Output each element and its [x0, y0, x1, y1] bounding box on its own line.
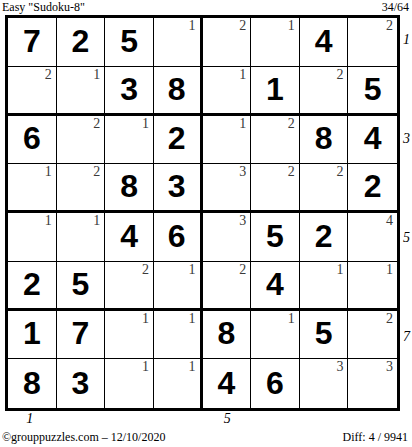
- cell-r2c5[interactable]: 1: [203, 67, 252, 116]
- given-digit: 3: [168, 170, 186, 204]
- pencil-mark: 1: [336, 262, 343, 278]
- puzzle-page: Easy "Sudoku-8" 34/64 725121422138112562…: [0, 0, 412, 447]
- given-digit: 8: [168, 73, 186, 107]
- pencil-mark: 1: [189, 18, 196, 34]
- pencil-mark: 2: [336, 164, 343, 180]
- pencil-mark: 3: [239, 213, 246, 229]
- given-digit: 2: [72, 25, 90, 59]
- given-digit: 4: [364, 122, 382, 156]
- cell-r2c4[interactable]: 8: [154, 67, 203, 116]
- pencil-mark: 1: [189, 262, 196, 278]
- pencil-mark: 2: [93, 116, 100, 132]
- given-digit: 4: [315, 25, 333, 59]
- cell-r5c8[interactable]: 4: [348, 213, 397, 262]
- cell-r1c1[interactable]: 7: [8, 18, 57, 67]
- cell-r8c6[interactable]: 6: [251, 359, 300, 408]
- pencil-mark: 1: [142, 359, 149, 375]
- page-number: 34/64: [382, 0, 409, 14]
- cell-r6c5[interactable]: 2: [203, 262, 252, 311]
- cell-r4c1[interactable]: 1: [8, 164, 57, 213]
- pencil-mark: 2: [288, 164, 295, 180]
- difficulty-text: Diff: 4 / 9941: [343, 430, 408, 444]
- cell-r2c3[interactable]: 3: [105, 67, 154, 116]
- page-footer: ©grouppuzzles.com – 12/10/2020 Diff: 4 /…: [2, 430, 408, 444]
- cell-r7c7[interactable]: 5: [300, 311, 349, 360]
- given-digit: 1: [23, 317, 41, 351]
- pencil-mark: 2: [45, 67, 52, 83]
- cell-r1c3[interactable]: 5: [105, 18, 154, 67]
- cell-r2c6[interactable]: 1: [251, 67, 300, 116]
- pencil-mark: 1: [239, 67, 246, 83]
- given-digit: 2: [168, 122, 186, 156]
- given-digit: 8: [120, 170, 138, 204]
- given-digit: 7: [23, 25, 41, 59]
- pencil-mark: 3: [336, 359, 343, 375]
- column-label-empty: [54, 411, 103, 427]
- column-label-empty: [351, 411, 400, 427]
- cell-r3c8[interactable]: 4: [348, 116, 397, 165]
- cell-r2c8[interactable]: 5: [348, 67, 397, 116]
- pencil-mark: 2: [239, 262, 246, 278]
- given-digit: 6: [168, 220, 186, 254]
- cell-r7c5[interactable]: 8: [203, 311, 252, 360]
- copyright-text: ©grouppuzzles.com – 12/10/2020: [2, 430, 165, 444]
- cell-r1c4[interactable]: 1: [154, 18, 203, 67]
- cell-r7c8[interactable]: 2: [348, 311, 397, 360]
- given-digit: 8: [315, 122, 333, 156]
- row-label-empty: [403, 164, 412, 214]
- pencil-mark: 1: [142, 311, 149, 327]
- cell-r6c3[interactable]: 2: [105, 262, 154, 311]
- given-digit: 4: [120, 220, 138, 254]
- given-digit: 1: [266, 73, 284, 107]
- pencil-mark: 1: [45, 164, 52, 180]
- cell-r8c5[interactable]: 4: [203, 359, 252, 408]
- given-digit: 5: [315, 317, 333, 351]
- cell-r5c7[interactable]: 2: [300, 213, 349, 262]
- cell-r7c1[interactable]: 1: [8, 311, 57, 360]
- given-digit: 8: [217, 317, 235, 351]
- row-labels: 1357: [403, 15, 412, 411]
- cell-r6c1[interactable]: 2: [8, 262, 57, 311]
- pencil-mark: 1: [288, 311, 295, 327]
- row-label-empty: [403, 362, 412, 412]
- row-label-7: 7: [403, 312, 412, 362]
- cell-r1c2[interactable]: 2: [57, 18, 106, 67]
- pencil-mark: 2: [142, 262, 149, 278]
- given-digit: 2: [364, 170, 382, 204]
- cell-r8c2[interactable]: 3: [57, 359, 106, 408]
- cell-r4c4[interactable]: 3: [154, 164, 203, 213]
- given-digit: 8: [23, 367, 41, 401]
- cell-r4c2[interactable]: 2: [57, 164, 106, 213]
- given-digit: 4: [217, 367, 235, 401]
- cell-r8c1[interactable]: 8: [8, 359, 57, 408]
- pencil-mark: 1: [93, 213, 100, 229]
- cell-r2c2[interactable]: 1: [57, 67, 106, 116]
- column-labels: 15: [5, 411, 400, 426]
- given-digit: 2: [315, 220, 333, 254]
- pencil-mark: 2: [288, 116, 295, 132]
- cell-r5c3[interactable]: 4: [105, 213, 154, 262]
- cell-r5c6[interactable]: 5: [251, 213, 300, 262]
- row-label-empty: [403, 263, 412, 313]
- cell-r6c6[interactable]: 4: [251, 262, 300, 311]
- cell-r3c4[interactable]: 2: [154, 116, 203, 165]
- cell-r4c5[interactable]: 3: [203, 164, 252, 213]
- given-digit: 5: [364, 73, 382, 107]
- pencil-mark: 1: [288, 18, 295, 34]
- column-label-empty: [252, 411, 301, 427]
- puzzle-title: Easy "Sudoku-8": [2, 0, 85, 14]
- pencil-mark: 1: [142, 116, 149, 132]
- cell-r3c3[interactable]: 1: [105, 116, 154, 165]
- given-digit: 4: [266, 268, 284, 302]
- cell-r1c5[interactable]: 2: [203, 18, 252, 67]
- cell-r4c3[interactable]: 8: [105, 164, 154, 213]
- column-label-1: 1: [5, 411, 54, 427]
- pencil-mark: 2: [386, 18, 393, 34]
- cell-r7c3[interactable]: 1: [105, 311, 154, 360]
- pencil-mark: 1: [45, 213, 52, 229]
- cell-r4c7[interactable]: 2: [300, 164, 349, 213]
- cell-r5c4[interactable]: 6: [154, 213, 203, 262]
- given-digit: 6: [266, 367, 284, 401]
- given-digit: 5: [120, 25, 138, 59]
- cell-r3c1[interactable]: 6: [8, 116, 57, 165]
- cell-r8c3[interactable]: 1: [105, 359, 154, 408]
- cell-r5c5[interactable]: 3: [203, 213, 252, 262]
- column-label-empty: [104, 411, 153, 427]
- column-label-5: 5: [203, 411, 252, 427]
- pencil-mark: 2: [93, 164, 100, 180]
- cell-r3c2[interactable]: 2: [57, 116, 106, 165]
- cell-r1c6[interactable]: 1: [251, 18, 300, 67]
- cell-r2c1[interactable]: 2: [8, 67, 57, 116]
- sudoku-grid: 7251214221381125621212841283322211463524…: [5, 15, 400, 411]
- pencil-mark: 1: [386, 262, 393, 278]
- row-label-empty: [403, 65, 412, 115]
- given-digit: 5: [72, 268, 90, 302]
- pencil-mark: 1: [189, 311, 196, 327]
- row-label-3: 3: [403, 114, 412, 164]
- cell-r8c8[interactable]: 3: [348, 359, 397, 408]
- cell-r1c7[interactable]: 4: [300, 18, 349, 67]
- row-label-5: 5: [403, 213, 412, 263]
- cell-r8c4[interactable]: 1: [154, 359, 203, 408]
- cell-r6c7[interactable]: 1: [300, 262, 349, 311]
- cell-r4c6[interactable]: 2: [251, 164, 300, 213]
- pencil-mark: 2: [239, 18, 246, 34]
- page-header: Easy "Sudoku-8" 34/64: [2, 0, 409, 14]
- cell-r7c2[interactable]: 7: [57, 311, 106, 360]
- cell-r2c7[interactable]: 2: [300, 67, 349, 116]
- column-label-empty: [301, 411, 350, 427]
- pencil-mark: 1: [189, 359, 196, 375]
- cell-r6c2[interactable]: 5: [57, 262, 106, 311]
- given-digit: 3: [72, 367, 90, 401]
- pencil-mark: 2: [336, 67, 343, 83]
- cell-r5c2[interactable]: 1: [57, 213, 106, 262]
- pencil-mark: 2: [386, 311, 393, 327]
- cell-r8c7[interactable]: 3: [300, 359, 349, 408]
- cell-r6c8[interactable]: 1: [348, 262, 397, 311]
- cell-r3c6[interactable]: 2: [251, 116, 300, 165]
- given-digit: 5: [266, 220, 284, 254]
- given-digit: 2: [23, 268, 41, 302]
- cell-r3c5[interactable]: 1: [203, 116, 252, 165]
- pencil-mark: 3: [239, 164, 246, 180]
- given-digit: 7: [72, 317, 90, 351]
- column-label-empty: [153, 411, 202, 427]
- cell-r7c4[interactable]: 1: [154, 311, 203, 360]
- pencil-mark: 1: [239, 116, 246, 132]
- cell-r4c8[interactable]: 2: [348, 164, 397, 213]
- cell-r6c4[interactable]: 1: [154, 262, 203, 311]
- cell-r3c7[interactable]: 8: [300, 116, 349, 165]
- cell-r1c8[interactable]: 2: [348, 18, 397, 67]
- pencil-mark: 4: [386, 213, 393, 229]
- row-label-1: 1: [403, 15, 412, 65]
- given-digit: 3: [120, 73, 138, 107]
- pencil-mark: 1: [93, 67, 100, 83]
- given-digit: 6: [23, 122, 41, 156]
- cell-r7c6[interactable]: 1: [251, 311, 300, 360]
- cell-r5c1[interactable]: 1: [8, 213, 57, 262]
- pencil-mark: 3: [386, 359, 393, 375]
